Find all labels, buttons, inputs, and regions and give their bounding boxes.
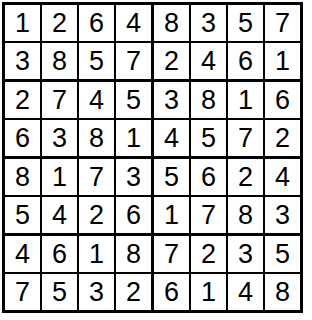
cell-r7c6[interactable]: 2 bbox=[191, 236, 228, 274]
cell-r3c4[interactable]: 5 bbox=[116, 82, 154, 120]
cell-r1c4[interactable]: 4 bbox=[116, 5, 154, 43]
cell-r1c8[interactable]: 7 bbox=[265, 5, 300, 43]
cell-r2c8[interactable]: 1 bbox=[265, 43, 300, 82]
cell-r4c3[interactable]: 8 bbox=[79, 120, 116, 159]
cell-r6c7[interactable]: 8 bbox=[228, 197, 265, 236]
cell-r3c1[interactable]: 2 bbox=[5, 82, 42, 120]
cell-r8c3[interactable]: 3 bbox=[79, 274, 116, 310]
cell-r8c5[interactable]: 6 bbox=[154, 274, 191, 310]
cell-r6c3[interactable]: 2 bbox=[79, 197, 116, 236]
sudoku-board: 1264835738572461274538166381457281735624… bbox=[2, 2, 303, 313]
cell-r3c2[interactable]: 7 bbox=[42, 82, 79, 120]
cell-r2c5[interactable]: 2 bbox=[154, 43, 191, 82]
cell-r4c4[interactable]: 1 bbox=[116, 120, 154, 159]
cell-r5c3[interactable]: 7 bbox=[79, 159, 116, 197]
cell-r2c1[interactable]: 3 bbox=[5, 43, 42, 82]
cell-r7c2[interactable]: 6 bbox=[42, 236, 79, 274]
cell-r6c5[interactable]: 1 bbox=[154, 197, 191, 236]
cell-r3c5[interactable]: 3 bbox=[154, 82, 191, 120]
cell-r4c6[interactable]: 5 bbox=[191, 120, 228, 159]
cell-r1c7[interactable]: 5 bbox=[228, 5, 265, 43]
cell-r5c5[interactable]: 5 bbox=[154, 159, 191, 197]
cell-r4c8[interactable]: 2 bbox=[265, 120, 300, 159]
cell-r7c5[interactable]: 7 bbox=[154, 236, 191, 274]
cell-r1c1[interactable]: 1 bbox=[5, 5, 42, 43]
cell-r5c8[interactable]: 4 bbox=[265, 159, 300, 197]
cell-r1c5[interactable]: 8 bbox=[154, 5, 191, 43]
cell-r3c3[interactable]: 4 bbox=[79, 82, 116, 120]
cell-r2c4[interactable]: 7 bbox=[116, 43, 154, 82]
cell-r2c2[interactable]: 8 bbox=[42, 43, 79, 82]
cell-r3c8[interactable]: 6 bbox=[265, 82, 300, 120]
cell-r1c2[interactable]: 2 bbox=[42, 5, 79, 43]
cell-r4c5[interactable]: 4 bbox=[154, 120, 191, 159]
cell-r8c2[interactable]: 5 bbox=[42, 274, 79, 310]
cell-r7c3[interactable]: 1 bbox=[79, 236, 116, 274]
cell-r8c7[interactable]: 4 bbox=[228, 274, 265, 310]
cell-r7c1[interactable]: 4 bbox=[5, 236, 42, 274]
cell-r7c4[interactable]: 8 bbox=[116, 236, 154, 274]
cell-r6c6[interactable]: 7 bbox=[191, 197, 228, 236]
cell-r3c6[interactable]: 8 bbox=[191, 82, 228, 120]
cell-r5c2[interactable]: 1 bbox=[42, 159, 79, 197]
cell-r4c7[interactable]: 7 bbox=[228, 120, 265, 159]
cell-r6c1[interactable]: 5 bbox=[5, 197, 42, 236]
cell-r5c6[interactable]: 6 bbox=[191, 159, 228, 197]
cell-r8c8[interactable]: 8 bbox=[265, 274, 300, 310]
cell-r4c2[interactable]: 3 bbox=[42, 120, 79, 159]
cell-r1c3[interactable]: 6 bbox=[79, 5, 116, 43]
cell-r7c8[interactable]: 5 bbox=[265, 236, 300, 274]
cell-r6c8[interactable]: 3 bbox=[265, 197, 300, 236]
cell-r6c2[interactable]: 4 bbox=[42, 197, 79, 236]
cell-r5c1[interactable]: 8 bbox=[5, 159, 42, 197]
cell-r8c4[interactable]: 2 bbox=[116, 274, 154, 310]
cell-r7c7[interactable]: 3 bbox=[228, 236, 265, 274]
cell-r8c6[interactable]: 1 bbox=[191, 274, 228, 310]
cell-r1c6[interactable]: 3 bbox=[191, 5, 228, 43]
cell-r5c4[interactable]: 3 bbox=[116, 159, 154, 197]
cell-r2c7[interactable]: 6 bbox=[228, 43, 265, 82]
cell-r2c3[interactable]: 5 bbox=[79, 43, 116, 82]
cell-r6c4[interactable]: 6 bbox=[116, 197, 154, 236]
cell-r4c1[interactable]: 6 bbox=[5, 120, 42, 159]
cell-r3c7[interactable]: 1 bbox=[228, 82, 265, 120]
cell-r8c1[interactable]: 7 bbox=[5, 274, 42, 310]
cell-r2c6[interactable]: 4 bbox=[191, 43, 228, 82]
cell-r5c7[interactable]: 2 bbox=[228, 159, 265, 197]
